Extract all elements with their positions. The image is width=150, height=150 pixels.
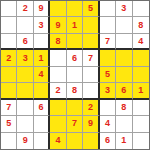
cell-r7c4[interactable]: [50, 100, 66, 116]
cell-r1c7[interactable]: [100, 1, 116, 17]
cell-r9c3[interactable]: [34, 133, 50, 149]
cell-r2c5[interactable]: 1: [67, 17, 83, 33]
cell-r3c7[interactable]: 7: [100, 34, 116, 50]
cell-r3c4[interactable]: 8: [50, 34, 66, 50]
cell-r6c9[interactable]: 1: [133, 83, 149, 99]
cell-r2c7[interactable]: [100, 17, 116, 33]
cell-r1c3[interactable]: 9: [34, 1, 50, 17]
cell-r5c2[interactable]: [17, 67, 33, 83]
cell-r2c3[interactable]: 3: [34, 17, 50, 33]
cell-r6c2[interactable]: [17, 83, 33, 99]
cell-r1c4[interactable]: [50, 1, 66, 17]
cell-r4c5[interactable]: 6: [67, 50, 83, 66]
cell-r8c5[interactable]: 7: [67, 116, 83, 132]
cell-r6c7[interactable]: 3: [100, 83, 116, 99]
cell-r3c2[interactable]: 6: [17, 34, 33, 50]
cell-r7c3[interactable]: 6: [34, 100, 50, 116]
cell-r8c6[interactable]: 9: [83, 116, 99, 132]
cell-r7c9[interactable]: [133, 100, 149, 116]
cell-r4c9[interactable]: [133, 50, 149, 66]
cell-r4c8[interactable]: [116, 50, 132, 66]
cell-r9c7[interactable]: 6: [100, 133, 116, 149]
cell-r4c3[interactable]: 1: [34, 50, 50, 66]
cell-r8c1[interactable]: 5: [1, 116, 17, 132]
cell-r7c1[interactable]: 7: [1, 100, 17, 116]
cell-r5c6[interactable]: [83, 67, 99, 83]
cell-r3c8[interactable]: [116, 34, 132, 50]
cell-r5c5[interactable]: [67, 67, 83, 83]
cell-r4c1[interactable]: 2: [1, 50, 17, 66]
sudoku-board: 295339186874231674528361762857949461: [0, 0, 150, 150]
cell-r2c2[interactable]: [17, 17, 33, 33]
cell-r2c6[interactable]: [83, 17, 99, 33]
cell-r3c3[interactable]: [34, 34, 50, 50]
cell-r5c7[interactable]: 5: [100, 67, 116, 83]
cell-r4c6[interactable]: 7: [83, 50, 99, 66]
cell-r8c7[interactable]: 4: [100, 116, 116, 132]
cell-r9c9[interactable]: [133, 133, 149, 149]
cell-r9c2[interactable]: 9: [17, 133, 33, 149]
cell-r1c1[interactable]: [1, 1, 17, 17]
cell-r2c1[interactable]: [1, 17, 17, 33]
cell-r8c9[interactable]: [133, 116, 149, 132]
cell-r8c3[interactable]: [34, 116, 50, 132]
cell-r8c2[interactable]: [17, 116, 33, 132]
cell-r5c9[interactable]: [133, 67, 149, 83]
cell-r9c5[interactable]: [67, 133, 83, 149]
cell-r3c6[interactable]: [83, 34, 99, 50]
cell-r6c5[interactable]: 8: [67, 83, 83, 99]
cell-r3c1[interactable]: [1, 34, 17, 50]
cell-r5c3[interactable]: 4: [34, 67, 50, 83]
cell-r5c1[interactable]: [1, 67, 17, 83]
cell-r6c4[interactable]: 2: [50, 83, 66, 99]
cell-r1c9[interactable]: [133, 1, 149, 17]
cell-r9c8[interactable]: 1: [116, 133, 132, 149]
cell-r9c1[interactable]: [1, 133, 17, 149]
cell-r9c4[interactable]: 4: [50, 133, 66, 149]
cell-r4c4[interactable]: [50, 50, 66, 66]
cell-r3c5[interactable]: [67, 34, 83, 50]
cell-r7c6[interactable]: 2: [83, 100, 99, 116]
cell-r8c4[interactable]: [50, 116, 66, 132]
cell-r2c9[interactable]: 8: [133, 17, 149, 33]
cell-r6c3[interactable]: [34, 83, 50, 99]
cell-r7c5[interactable]: [67, 100, 83, 116]
cell-r3c9[interactable]: 4: [133, 34, 149, 50]
cell-r4c2[interactable]: 3: [17, 50, 33, 66]
cell-r2c8[interactable]: [116, 17, 132, 33]
cell-r1c2[interactable]: 2: [17, 1, 33, 17]
cell-r1c5[interactable]: [67, 1, 83, 17]
cell-r2c4[interactable]: 9: [50, 17, 66, 33]
cell-r1c8[interactable]: 3: [116, 1, 132, 17]
cell-r6c8[interactable]: 6: [116, 83, 132, 99]
cell-r7c8[interactable]: 8: [116, 100, 132, 116]
cell-r1c6[interactable]: 5: [83, 1, 99, 17]
cell-r6c1[interactable]: [1, 83, 17, 99]
cell-r7c7[interactable]: [100, 100, 116, 116]
cell-r7c2[interactable]: [17, 100, 33, 116]
cell-r4c7[interactable]: [100, 50, 116, 66]
cell-r8c8[interactable]: [116, 116, 132, 132]
cell-r5c8[interactable]: [116, 67, 132, 83]
cell-r6c6[interactable]: [83, 83, 99, 99]
cell-r5c4[interactable]: [50, 67, 66, 83]
cell-r9c6[interactable]: [83, 133, 99, 149]
